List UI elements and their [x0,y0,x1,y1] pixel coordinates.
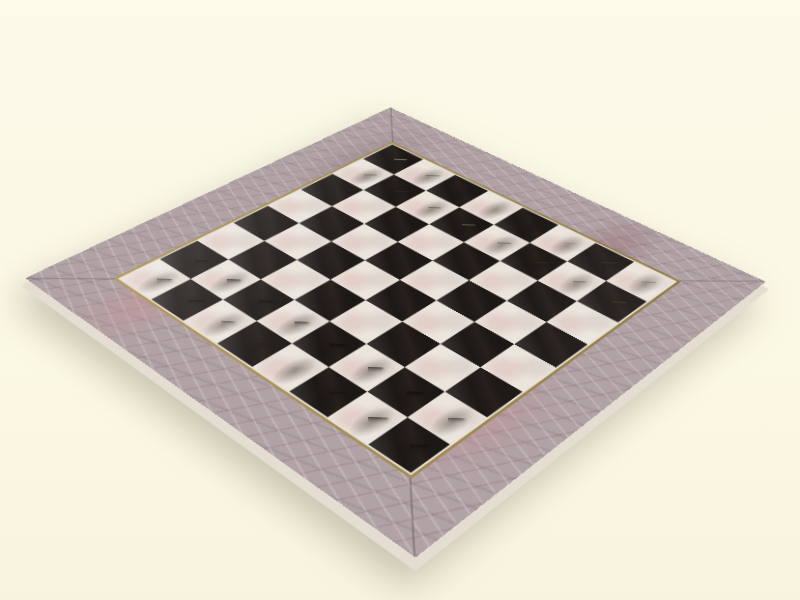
marble-frame: ♜♟♟♜♞♟♟♞♝♟♟♝♛♟♟♛♚♟♟♚♝♟♟♝♞♟♟♞♜♟♟♜ [25,107,765,557]
photo-background: ♜♟♟♜♞♟♟♞♝♟♟♝♛♟♟♛♚♟♟♚♝♟♟♝♞♟♟♞♜♟♟♜ [0,0,800,600]
perspective-wrapper: ♜♟♟♜♞♟♟♞♝♟♟♝♛♟♟♛♚♟♟♚♝♟♟♝♞♟♟♞♜♟♟♜ [129,9,671,551]
frame-miter-seam [409,475,416,557]
square-h2[interactable]: ♟ [577,281,647,322]
square-h8[interactable]: ♜ [368,417,450,472]
frame-miter-seam [26,278,118,280]
frame-miter-seam [677,280,765,282]
board-3d: ♜♟♟♜♞♟♟♞♝♟♟♝♛♟♟♛♚♟♟♚♝♟♟♝♞♟♟♞♜♟♟♜ [25,107,765,557]
brass-border: ♜♟♟♜♞♟♟♞♝♟♟♝♛♟♟♛♚♟♟♚♝♟♟♝♞♟♟♞♜♟♟♜ [113,142,681,479]
